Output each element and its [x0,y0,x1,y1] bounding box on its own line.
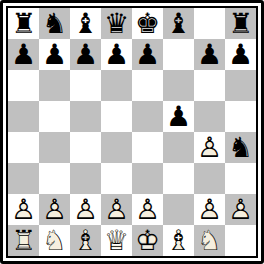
square-d4[interactable] [101,132,132,163]
black-pawn: ♟ [101,39,132,70]
square-f6[interactable] [163,70,194,101]
square-g1[interactable]: ♞♘ [194,225,225,256]
black-pawn: ♟ [39,39,70,70]
white-pawn-fill: ♟ [39,194,70,225]
black-bishop: ♝ [70,8,101,39]
white-pawn-fill: ♟ [194,194,225,225]
square-f8[interactable]: ♝ [163,8,194,39]
square-b2[interactable]: ♟♙ [39,194,70,225]
white-pawn: ♙ [101,194,132,225]
square-g8[interactable] [194,8,225,39]
square-c4[interactable] [70,132,101,163]
square-h3[interactable] [225,163,256,194]
white-pawn: ♙ [39,194,70,225]
square-e1[interactable]: ♚♔ [132,225,163,256]
square-a2[interactable]: ♟♙ [8,194,39,225]
white-pawn: ♙ [225,194,256,225]
white-queen: ♕ [101,225,132,256]
square-f7[interactable] [163,39,194,70]
white-pawn: ♙ [194,194,225,225]
white-pawn: ♙ [194,132,225,163]
white-pawn-fill: ♟ [8,194,39,225]
square-g5[interactable] [194,101,225,132]
black-pawn: ♟ [8,39,39,70]
square-f4[interactable] [163,132,194,163]
square-c1[interactable]: ♝♗ [70,225,101,256]
square-g7[interactable]: ♟ [194,39,225,70]
white-pawn-fill: ♟ [132,194,163,225]
square-d7[interactable]: ♟ [101,39,132,70]
square-e5[interactable] [132,101,163,132]
square-c5[interactable] [70,101,101,132]
square-e2[interactable]: ♟♙ [132,194,163,225]
square-h2[interactable]: ♟♙ [225,194,256,225]
white-pawn-fill: ♟ [70,194,101,225]
white-knight-fill: ♞ [194,225,225,256]
black-bishop: ♝ [163,8,194,39]
black-rook: ♜ [8,8,39,39]
square-c7[interactable]: ♟ [70,39,101,70]
chess-board: ♜♞♝♛♚♝♜♟♟♟♟♟♟♟♟♟♙♞♟♙♟♙♟♙♟♙♟♙♟♙♟♙♜♖♞♘♝♗♛♕… [6,6,258,258]
black-pawn: ♟ [132,39,163,70]
square-c8[interactable]: ♝ [70,8,101,39]
square-a4[interactable] [8,132,39,163]
white-pawn-fill: ♟ [225,194,256,225]
square-f1[interactable]: ♝♗ [163,225,194,256]
square-a3[interactable] [8,163,39,194]
square-b3[interactable] [39,163,70,194]
square-h8[interactable]: ♜ [225,8,256,39]
square-b7[interactable]: ♟ [39,39,70,70]
black-rook: ♜ [225,8,256,39]
black-pawn: ♟ [225,39,256,70]
square-e4[interactable] [132,132,163,163]
white-knight-fill: ♞ [39,225,70,256]
square-b8[interactable]: ♞ [39,8,70,39]
square-e6[interactable] [132,70,163,101]
square-a6[interactable] [8,70,39,101]
white-queen-fill: ♛ [101,225,132,256]
square-h6[interactable] [225,70,256,101]
square-d3[interactable] [101,163,132,194]
white-rook-fill: ♜ [8,225,39,256]
white-knight: ♘ [194,225,225,256]
square-f3[interactable] [163,163,194,194]
square-b6[interactable] [39,70,70,101]
white-rook: ♖ [8,225,39,256]
square-d8[interactable]: ♛ [101,8,132,39]
square-d2[interactable]: ♟♙ [101,194,132,225]
square-d5[interactable] [101,101,132,132]
white-knight: ♘ [39,225,70,256]
white-king-fill: ♚ [132,225,163,256]
square-g2[interactable]: ♟♙ [194,194,225,225]
white-pawn: ♙ [70,194,101,225]
square-a8[interactable]: ♜ [8,8,39,39]
square-d1[interactable]: ♛♕ [101,225,132,256]
black-pawn: ♟ [163,101,194,132]
square-g6[interactable] [194,70,225,101]
white-bishop-fill: ♝ [70,225,101,256]
square-e7[interactable]: ♟ [132,39,163,70]
square-c3[interactable] [70,163,101,194]
square-b1[interactable]: ♞♘ [39,225,70,256]
black-knight: ♞ [225,132,256,163]
white-pawn: ♙ [132,194,163,225]
square-h5[interactable] [225,101,256,132]
square-a1[interactable]: ♜♖ [8,225,39,256]
square-c2[interactable]: ♟♙ [70,194,101,225]
white-pawn: ♙ [8,194,39,225]
square-h7[interactable]: ♟ [225,39,256,70]
black-king: ♚ [132,8,163,39]
square-f2[interactable] [163,194,194,225]
white-bishop: ♗ [70,225,101,256]
square-d6[interactable] [101,70,132,101]
black-pawn: ♟ [70,39,101,70]
white-bishop: ♗ [163,225,194,256]
square-b4[interactable] [39,132,70,163]
white-pawn-fill: ♟ [194,132,225,163]
square-h1[interactable] [225,225,256,256]
square-g4[interactable]: ♟♙ [194,132,225,163]
white-bishop-fill: ♝ [163,225,194,256]
black-queen: ♛ [101,8,132,39]
square-f5[interactable]: ♟ [163,101,194,132]
black-knight: ♞ [39,8,70,39]
square-g3[interactable] [194,163,225,194]
square-e3[interactable] [132,163,163,194]
square-a7[interactable]: ♟ [8,39,39,70]
black-pawn: ♟ [194,39,225,70]
white-pawn-fill: ♟ [101,194,132,225]
square-c6[interactable] [70,70,101,101]
square-b5[interactable] [39,101,70,132]
square-e8[interactable]: ♚ [132,8,163,39]
square-a5[interactable] [8,101,39,132]
white-king: ♔ [132,225,163,256]
square-h4[interactable]: ♞ [225,132,256,163]
diagram-frame: ♜♞♝♛♚♝♜♟♟♟♟♟♟♟♟♟♙♞♟♙♟♙♟♙♟♙♟♙♟♙♟♙♜♖♞♘♝♗♛♕… [0,0,264,264]
